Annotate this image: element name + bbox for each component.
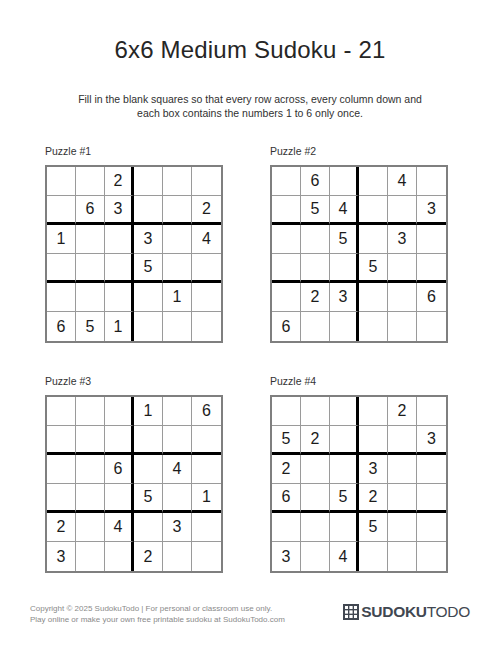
puzzle-4-grid: 252323652534 <box>270 395 448 573</box>
puzzle4-cell-r5c5 <box>388 513 417 542</box>
puzzle1-cell-r1c5 <box>163 167 192 196</box>
puzzle2-cell-r2c3: 4 <box>330 196 359 225</box>
puzzle3-cell-r2c6 <box>192 426 221 455</box>
puzzle-4-label: Puzzle #4 <box>270 375 448 387</box>
puzzle4-cell-r4c1: 6 <box>272 484 301 513</box>
puzzle3-cell-r6c1: 3 <box>47 542 76 571</box>
puzzle-1-grid: 263213451651 <box>45 165 223 343</box>
puzzle4-cell-r4c4: 2 <box>359 484 388 513</box>
puzzle4-cell-r6c5 <box>388 542 417 571</box>
puzzle1-cell-r4c2 <box>76 254 105 283</box>
puzzle1-cell-r4c3 <box>105 254 134 283</box>
puzzle3-cell-r1c2 <box>76 397 105 426</box>
puzzle1-cell-r1c6 <box>192 167 221 196</box>
puzzle2-cell-r1c3 <box>330 167 359 196</box>
puzzle2-cell-r5c4 <box>359 283 388 312</box>
puzzle1-cell-r2c6: 2 <box>192 196 221 225</box>
puzzle2-cell-r2c5 <box>388 196 417 225</box>
puzzle2-cell-r3c4 <box>359 225 388 254</box>
puzzle2-cell-r6c1: 6 <box>272 312 301 341</box>
puzzle4-cell-r3c5 <box>388 455 417 484</box>
puzzle2-cell-r2c6: 3 <box>417 196 446 225</box>
puzzle3-cell-r3c4 <box>134 455 163 484</box>
puzzle2-cell-r3c2 <box>301 225 330 254</box>
puzzle1-cell-r3c5 <box>163 225 192 254</box>
puzzle4-cell-r6c4 <box>359 542 388 571</box>
instructions-line-2: each box contains the numbers 1 to 6 onl… <box>0 106 500 120</box>
puzzle2-cell-r6c3 <box>330 312 359 341</box>
puzzle2-cell-r6c4 <box>359 312 388 341</box>
puzzle4-cell-r1c1 <box>272 397 301 426</box>
puzzle4-cell-r1c5: 2 <box>388 397 417 426</box>
puzzle3-cell-r5c3: 4 <box>105 513 134 542</box>
puzzle3-cell-r3c1 <box>47 455 76 484</box>
puzzle4-cell-r4c2 <box>301 484 330 513</box>
puzzle1-cell-r3c4: 3 <box>134 225 163 254</box>
puzzle3-cell-r5c4 <box>134 513 163 542</box>
puzzle4-cell-r1c4 <box>359 397 388 426</box>
page-title: 6x6 Medium Sudoku - 21 <box>0 36 500 64</box>
puzzle2-cell-r5c5 <box>388 283 417 312</box>
puzzle3-cell-r3c2 <box>76 455 105 484</box>
puzzle4-cell-r5c4: 5 <box>359 513 388 542</box>
puzzle2-cell-r3c5: 3 <box>388 225 417 254</box>
puzzle3-cell-r5c5: 3 <box>163 513 192 542</box>
puzzle3-cell-r4c3 <box>105 484 134 513</box>
footer-copyright-line-2: Play online or make your own free printa… <box>30 615 285 626</box>
puzzle1-cell-r5c2 <box>76 283 105 312</box>
puzzle1-cell-r1c4 <box>134 167 163 196</box>
puzzle3-cell-r5c6 <box>192 513 221 542</box>
puzzle1-cell-r2c3: 3 <box>105 196 134 225</box>
puzzle4-cell-r3c4: 3 <box>359 455 388 484</box>
puzzle3-cell-r3c5: 4 <box>163 455 192 484</box>
puzzle2-cell-r4c6 <box>417 254 446 283</box>
puzzle1-cell-r5c1 <box>47 283 76 312</box>
puzzle3-cell-r1c1 <box>47 397 76 426</box>
puzzle3-cell-r1c3 <box>105 397 134 426</box>
puzzle1-cell-r2c4 <box>134 196 163 225</box>
puzzle4-cell-r4c5 <box>388 484 417 513</box>
puzzle4-cell-r6c2 <box>301 542 330 571</box>
puzzle2-cell-r6c5 <box>388 312 417 341</box>
puzzle-1-label: Puzzle #1 <box>45 145 223 157</box>
puzzle1-cell-r5c6 <box>192 283 221 312</box>
puzzle-3-label: Puzzle #3 <box>45 375 223 387</box>
puzzle2-cell-r5c3: 3 <box>330 283 359 312</box>
puzzle2-cell-r3c6 <box>417 225 446 254</box>
instructions: Fill in the blank squares so that every … <box>0 92 500 120</box>
puzzle2-cell-r3c1 <box>272 225 301 254</box>
puzzle1-cell-r4c4: 5 <box>134 254 163 283</box>
puzzle2-cell-r4c4: 5 <box>359 254 388 283</box>
puzzle3-cell-r2c1 <box>47 426 76 455</box>
puzzle3-cell-r4c6: 1 <box>192 484 221 513</box>
puzzle2-cell-r3c3: 5 <box>330 225 359 254</box>
puzzle1-cell-r4c6 <box>192 254 221 283</box>
puzzle3-cell-r1c6: 6 <box>192 397 221 426</box>
puzzle2-cell-r1c5: 4 <box>388 167 417 196</box>
puzzle3-cell-r6c2 <box>76 542 105 571</box>
puzzle-1: Puzzle #1 263213451651 <box>45 145 223 343</box>
puzzle1-cell-r1c2 <box>76 167 105 196</box>
puzzle-2: Puzzle #2 645435352366 <box>270 145 448 343</box>
puzzle4-cell-r2c4 <box>359 426 388 455</box>
puzzle-2-label: Puzzle #2 <box>270 145 448 157</box>
puzzle4-cell-r5c3 <box>330 513 359 542</box>
puzzle1-cell-r3c3 <box>105 225 134 254</box>
puzzle1-cell-r6c6 <box>192 312 221 341</box>
puzzle1-cell-r5c5: 1 <box>163 283 192 312</box>
puzzle2-cell-r6c2 <box>301 312 330 341</box>
puzzle1-cell-r1c3: 2 <box>105 167 134 196</box>
puzzle3-cell-r4c5 <box>163 484 192 513</box>
puzzle3-cell-r6c4: 2 <box>134 542 163 571</box>
puzzle2-cell-r2c2: 5 <box>301 196 330 225</box>
puzzle4-cell-r2c5 <box>388 426 417 455</box>
puzzle-4: Puzzle #4 252323652534 <box>270 375 448 573</box>
puzzle-3: Puzzle #3 16645124332 <box>45 375 223 573</box>
puzzle4-cell-r1c2 <box>301 397 330 426</box>
puzzle1-cell-r3c2 <box>76 225 105 254</box>
puzzle3-cell-r6c6 <box>192 542 221 571</box>
sudoku-worksheet-page: 6x6 Medium Sudoku - 21 Fill in the blank… <box>0 0 500 647</box>
puzzle4-cell-r1c6 <box>417 397 446 426</box>
puzzle1-cell-r6c4 <box>134 312 163 341</box>
puzzle-2-grid: 645435352366 <box>270 165 448 343</box>
puzzle1-cell-r6c1: 6 <box>47 312 76 341</box>
footer-copyright-line-1: Copyright © 2025 SudokuTodo | For person… <box>30 604 285 615</box>
puzzle3-cell-r2c2 <box>76 426 105 455</box>
puzzle2-cell-r5c6: 6 <box>417 283 446 312</box>
puzzle4-cell-r6c3: 4 <box>330 542 359 571</box>
puzzle4-cell-r5c2 <box>301 513 330 542</box>
puzzle3-cell-r2c4 <box>134 426 163 455</box>
puzzle4-cell-r3c2 <box>301 455 330 484</box>
puzzle4-cell-r4c3: 5 <box>330 484 359 513</box>
footer-copyright: Copyright © 2025 SudokuTodo | For person… <box>30 604 285 625</box>
puzzle4-cell-r2c3 <box>330 426 359 455</box>
puzzle2-cell-r6c6 <box>417 312 446 341</box>
puzzle3-cell-r1c5 <box>163 397 192 426</box>
logo-text-sudoku: SUDOKU <box>361 603 426 620</box>
puzzle2-cell-r2c4 <box>359 196 388 225</box>
puzzle2-cell-r1c6 <box>417 167 446 196</box>
puzzle1-cell-r3c1: 1 <box>47 225 76 254</box>
puzzle3-cell-r5c2 <box>76 513 105 542</box>
puzzle1-cell-r5c4 <box>134 283 163 312</box>
puzzle3-cell-r4c4: 5 <box>134 484 163 513</box>
puzzle3-cell-r3c6 <box>192 455 221 484</box>
sudokutodo-logo: SUDOKUTODO <box>343 603 470 621</box>
puzzle1-cell-r2c5 <box>163 196 192 225</box>
puzzle3-cell-r4c2 <box>76 484 105 513</box>
puzzle1-cell-r6c5 <box>163 312 192 341</box>
puzzle1-cell-r2c2: 6 <box>76 196 105 225</box>
sudoku-grid-icon <box>343 604 359 620</box>
puzzle2-cell-r5c2: 2 <box>301 283 330 312</box>
puzzle3-cell-r2c5 <box>163 426 192 455</box>
puzzle1-cell-r3c6: 4 <box>192 225 221 254</box>
puzzle1-cell-r1c1 <box>47 167 76 196</box>
puzzle2-cell-r4c1 <box>272 254 301 283</box>
puzzle1-cell-r6c3: 1 <box>105 312 134 341</box>
puzzle4-cell-r2c6: 3 <box>417 426 446 455</box>
puzzle1-cell-r6c2: 5 <box>76 312 105 341</box>
puzzle4-cell-r2c2: 2 <box>301 426 330 455</box>
puzzle4-cell-r6c6 <box>417 542 446 571</box>
puzzle4-cell-r6c1: 3 <box>272 542 301 571</box>
logo-text: SUDOKUTODO <box>361 603 470 621</box>
puzzle2-cell-r5c1 <box>272 283 301 312</box>
puzzle1-cell-r5c3 <box>105 283 134 312</box>
puzzle-3-grid: 16645124332 <box>45 395 223 573</box>
puzzle3-cell-r6c3 <box>105 542 134 571</box>
puzzle2-cell-r1c2: 6 <box>301 167 330 196</box>
puzzle4-cell-r2c1: 5 <box>272 426 301 455</box>
puzzle3-cell-r1c4: 1 <box>134 397 163 426</box>
puzzle2-cell-r2c1 <box>272 196 301 225</box>
puzzle2-cell-r4c5 <box>388 254 417 283</box>
puzzle2-cell-r1c4 <box>359 167 388 196</box>
puzzle4-cell-r3c1: 2 <box>272 455 301 484</box>
puzzle3-cell-r3c3: 6 <box>105 455 134 484</box>
puzzle1-cell-r2c1 <box>47 196 76 225</box>
puzzle2-cell-r1c1 <box>272 167 301 196</box>
puzzle2-cell-r4c3 <box>330 254 359 283</box>
puzzle4-cell-r3c3 <box>330 455 359 484</box>
logo-text-todo: TODO <box>427 603 470 620</box>
puzzle3-cell-r6c5 <box>163 542 192 571</box>
puzzle2-cell-r4c2 <box>301 254 330 283</box>
puzzle4-cell-r4c6 <box>417 484 446 513</box>
puzzle4-cell-r5c6 <box>417 513 446 542</box>
puzzle1-cell-r4c1 <box>47 254 76 283</box>
puzzle4-cell-r3c6 <box>417 455 446 484</box>
puzzle3-cell-r2c3 <box>105 426 134 455</box>
puzzle3-cell-r4c1 <box>47 484 76 513</box>
puzzle1-cell-r4c5 <box>163 254 192 283</box>
puzzle4-cell-r1c3 <box>330 397 359 426</box>
puzzle4-cell-r5c1 <box>272 513 301 542</box>
puzzle3-cell-r5c1: 2 <box>47 513 76 542</box>
instructions-line-1: Fill in the blank squares so that every … <box>0 92 500 106</box>
